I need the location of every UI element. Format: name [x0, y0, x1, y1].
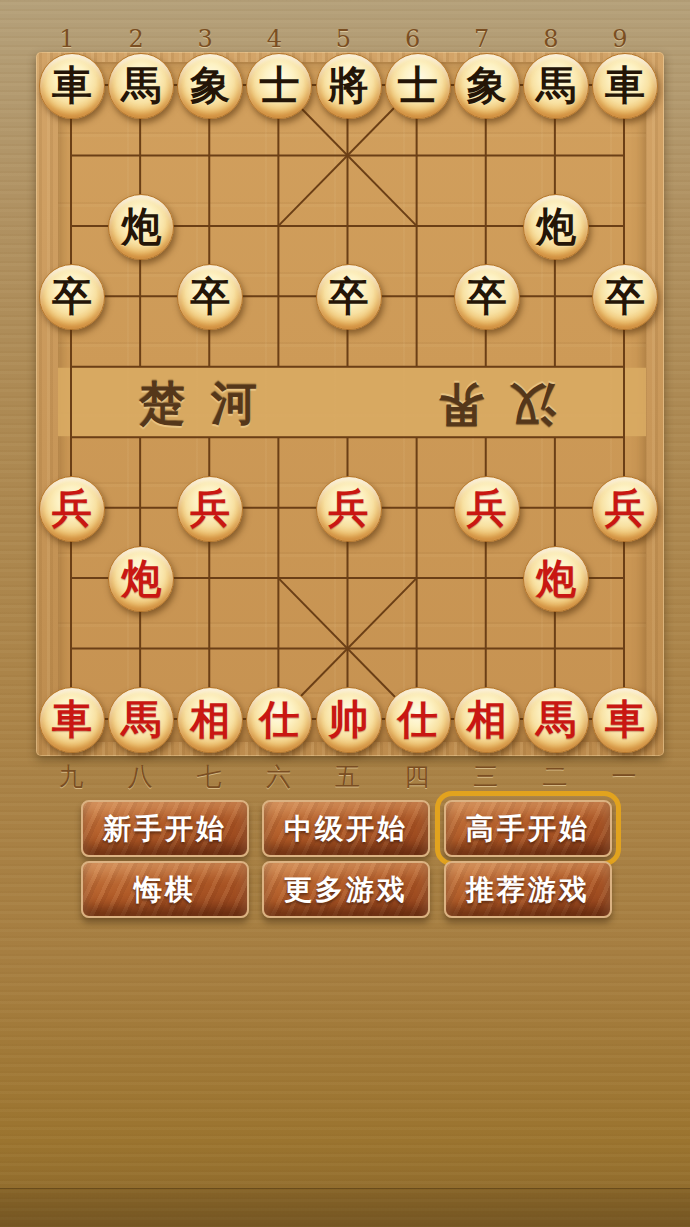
piece-glyph: 兵 — [190, 488, 230, 528]
piece-glyph: 士 — [398, 65, 438, 105]
piece-glyph: 兵 — [329, 488, 369, 528]
piece-black-象-f3r1[interactable]: 象 — [177, 53, 243, 119]
piece-black-將-f5r1[interactable]: 將 — [316, 53, 382, 119]
floor-strip — [0, 1188, 690, 1227]
piece-red-炮-f2r8[interactable]: 炮 — [108, 546, 174, 612]
piece-red-仕-f6r10[interactable]: 仕 — [385, 687, 451, 753]
menu-button-4[interactable]: 悔棋 — [81, 861, 249, 918]
piece-glyph: 卒 — [467, 276, 507, 316]
piece-red-相-f3r10[interactable]: 相 — [177, 687, 243, 753]
piece-glyph: 馬 — [121, 65, 161, 105]
menu-button-1[interactable]: 新手开始 — [81, 800, 249, 857]
piece-black-卒-f1r4[interactable]: 卒 — [39, 264, 105, 330]
menu-button-2[interactable]: 中级开始 — [262, 800, 430, 857]
piece-glyph: 卒 — [190, 276, 230, 316]
piece-glyph: 馬 — [121, 699, 161, 739]
menu-button-3[interactable]: 高手开始 — [444, 800, 612, 857]
piece-black-炮-f8r3[interactable]: 炮 — [523, 194, 589, 260]
file-label-top-3: 3 — [198, 25, 213, 53]
piece-red-相-f7r10[interactable]: 相 — [454, 687, 520, 753]
piece-glyph: 馬 — [536, 65, 576, 105]
file-label-bottom-7: 三 — [473, 760, 498, 793]
piece-glyph: 仕 — [259, 699, 299, 739]
file-label-top-9: 9 — [612, 25, 627, 53]
menu-button-5[interactable]: 更多游戏 — [262, 861, 430, 918]
file-label-bottom-9: 一 — [612, 760, 637, 793]
menu-button-6[interactable]: 推荐游戏 — [444, 861, 612, 918]
file-label-top-5: 5 — [336, 25, 351, 53]
piece-glyph: 卒 — [605, 276, 645, 316]
piece-black-馬-f2r1[interactable]: 馬 — [108, 53, 174, 119]
piece-glyph: 馬 — [536, 699, 576, 739]
file-label-top-1: 1 — [59, 25, 74, 53]
piece-red-馬-f2r10[interactable]: 馬 — [108, 687, 174, 753]
piece-glyph: 兵 — [52, 488, 92, 528]
piece-red-車-f9r10[interactable]: 車 — [592, 687, 658, 753]
piece-red-兵-f9r7[interactable]: 兵 — [592, 476, 658, 542]
piece-glyph: 卒 — [52, 276, 92, 316]
file-label-top-7: 7 — [474, 25, 489, 53]
file-label-bottom-1: 九 — [59, 760, 84, 793]
file-label-top-4: 4 — [267, 25, 282, 53]
piece-black-車-f9r1[interactable]: 車 — [592, 53, 658, 119]
file-label-top-2: 2 — [128, 25, 143, 53]
piece-glyph: 帅 — [329, 699, 369, 739]
file-label-bottom-6: 四 — [404, 760, 429, 793]
piece-glyph: 炮 — [121, 206, 161, 246]
piece-glyph: 相 — [190, 699, 230, 739]
piece-red-車-f1r10[interactable]: 車 — [39, 687, 105, 753]
file-label-bottom-5: 五 — [335, 760, 360, 793]
piece-red-兵-f3r7[interactable]: 兵 — [177, 476, 243, 542]
piece-glyph: 卒 — [329, 276, 369, 316]
file-label-bottom-3: 七 — [197, 760, 222, 793]
piece-glyph: 象 — [467, 65, 507, 105]
file-label-bottom-4: 六 — [266, 760, 291, 793]
piece-red-兵-f7r7[interactable]: 兵 — [454, 476, 520, 542]
piece-glyph: 車 — [52, 699, 92, 739]
piece-red-兵-f5r7[interactable]: 兵 — [316, 476, 382, 542]
piece-black-馬-f8r1[interactable]: 馬 — [523, 53, 589, 119]
piece-black-卒-f9r4[interactable]: 卒 — [592, 264, 658, 330]
piece-glyph: 車 — [605, 699, 645, 739]
piece-glyph: 炮 — [536, 558, 576, 598]
piece-glyph: 相 — [467, 699, 507, 739]
piece-red-兵-f1r7[interactable]: 兵 — [39, 476, 105, 542]
piece-glyph: 車 — [605, 65, 645, 105]
piece-glyph: 仕 — [398, 699, 438, 739]
piece-black-車-f1r1[interactable]: 車 — [39, 53, 105, 119]
river-label-right: 汉界 — [412, 373, 582, 435]
piece-glyph: 炮 — [121, 558, 161, 598]
piece-red-馬-f8r10[interactable]: 馬 — [523, 687, 589, 753]
piece-glyph: 兵 — [467, 488, 507, 528]
piece-red-帅-f5r10[interactable]: 帅 — [316, 687, 382, 753]
xiangqi-app: 楚河 汉界 123456789 九八七六五四三二一 車馬象士將士象馬車炮炮卒卒卒… — [0, 0, 690, 1227]
piece-glyph: 兵 — [605, 488, 645, 528]
file-label-top-6: 6 — [405, 25, 420, 53]
piece-glyph: 炮 — [536, 206, 576, 246]
river-label-left: 楚河 — [113, 373, 283, 435]
piece-black-卒-f7r4[interactable]: 卒 — [454, 264, 520, 330]
piece-red-炮-f8r8[interactable]: 炮 — [523, 546, 589, 612]
piece-red-仕-f4r10[interactable]: 仕 — [246, 687, 312, 753]
piece-black-士-f6r1[interactable]: 士 — [385, 53, 451, 119]
piece-black-炮-f2r3[interactable]: 炮 — [108, 194, 174, 260]
file-label-bottom-8: 二 — [542, 760, 567, 793]
piece-glyph: 車 — [52, 65, 92, 105]
piece-black-士-f4r1[interactable]: 士 — [246, 53, 312, 119]
file-label-top-8: 8 — [543, 25, 558, 53]
piece-glyph: 將 — [329, 65, 369, 105]
piece-glyph: 士 — [259, 65, 299, 105]
piece-black-卒-f5r4[interactable]: 卒 — [316, 264, 382, 330]
piece-black-象-f7r1[interactable]: 象 — [454, 53, 520, 119]
piece-glyph: 象 — [190, 65, 230, 105]
file-label-bottom-2: 八 — [128, 760, 153, 793]
